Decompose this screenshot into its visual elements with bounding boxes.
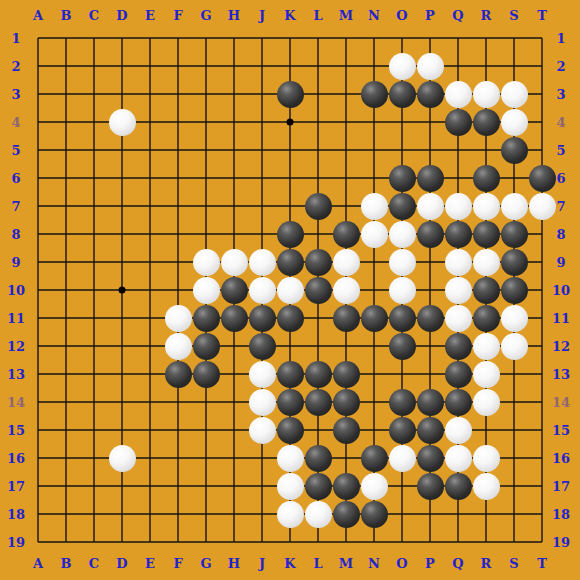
stone-Q4-black[interactable] — [445, 109, 472, 136]
col-label-top-O: O — [396, 9, 407, 22]
row-label-left-14: 14 — [7, 396, 25, 409]
stone-N3-black[interactable] — [361, 81, 388, 108]
row-label-right-5: 5 — [556, 144, 565, 157]
col-label-bottom-S: S — [509, 557, 518, 570]
col-label-top-S: S — [509, 9, 518, 22]
stone-O15-black[interactable] — [389, 417, 416, 444]
col-label-top-E: E — [145, 9, 155, 22]
stone-J11-black[interactable] — [249, 305, 276, 332]
col-label-bottom-T: T — [537, 557, 547, 570]
col-label-top-M: M — [339, 9, 353, 22]
row-label-left-11: 11 — [7, 312, 25, 325]
stone-J9-white[interactable] — [249, 249, 276, 276]
col-label-bottom-K: K — [284, 557, 295, 570]
stone-P11-black[interactable] — [417, 305, 444, 332]
stone-S3-white[interactable] — [501, 81, 528, 108]
row-label-right-10: 10 — [552, 284, 570, 297]
row-label-left-9: 9 — [11, 256, 20, 269]
row-label-right-2: 2 — [556, 60, 565, 73]
stone-N18-black[interactable] — [361, 501, 388, 528]
stone-L18-white[interactable] — [305, 501, 332, 528]
stone-Q17-black[interactable] — [445, 473, 472, 500]
col-label-top-D: D — [116, 9, 127, 22]
col-label-top-Q: Q — [452, 9, 463, 22]
stone-S11-white[interactable] — [501, 305, 528, 332]
col-label-top-C: C — [89, 9, 99, 22]
stone-M18-black[interactable] — [333, 501, 360, 528]
row-label-left-10: 10 — [7, 284, 25, 297]
stone-S12-white[interactable] — [501, 333, 528, 360]
stone-O14-black[interactable] — [389, 389, 416, 416]
stone-G9-white[interactable] — [193, 249, 220, 276]
row-label-right-11: 11 — [552, 312, 570, 325]
stone-D4-white[interactable] — [109, 109, 136, 136]
stone-R13-white[interactable] — [473, 361, 500, 388]
stone-O12-black[interactable] — [389, 333, 416, 360]
stone-G10-white[interactable] — [193, 277, 220, 304]
stone-O16-white[interactable] — [389, 445, 416, 472]
col-label-bottom-H: H — [228, 557, 240, 570]
row-label-right-13: 13 — [552, 368, 570, 381]
row-label-right-14: 14 — [552, 396, 570, 409]
stone-K3-black[interactable] — [277, 81, 304, 108]
stone-Q8-black[interactable] — [445, 221, 472, 248]
row-label-left-3: 3 — [11, 88, 20, 101]
col-label-bottom-A: A — [33, 557, 43, 570]
stone-S9-black[interactable] — [501, 249, 528, 276]
stone-R11-black[interactable] — [473, 305, 500, 332]
col-label-top-H: H — [228, 9, 240, 22]
stone-M10-white[interactable] — [333, 277, 360, 304]
col-label-top-K: K — [284, 9, 295, 22]
stone-O11-black[interactable] — [389, 305, 416, 332]
row-label-left-2: 2 — [11, 60, 20, 73]
row-label-left-15: 15 — [7, 424, 25, 437]
stone-G12-black[interactable] — [193, 333, 220, 360]
row-label-right-8: 8 — [556, 228, 565, 241]
stone-K8-black[interactable] — [277, 221, 304, 248]
star-point-K4 — [287, 119, 294, 126]
stone-R7-white[interactable] — [473, 193, 500, 220]
row-label-left-16: 16 — [7, 452, 25, 465]
stone-O8-white[interactable] — [389, 221, 416, 248]
row-label-left-13: 13 — [7, 368, 25, 381]
row-label-right-9: 9 — [556, 256, 565, 269]
stone-P17-black[interactable] — [417, 473, 444, 500]
stone-N7-white[interactable] — [361, 193, 388, 220]
stone-O3-black[interactable] — [389, 81, 416, 108]
stone-L14-black[interactable] — [305, 389, 332, 416]
row-label-right-12: 12 — [552, 340, 570, 353]
col-label-bottom-G: G — [200, 557, 211, 570]
col-label-bottom-C: C — [89, 557, 99, 570]
stone-S10-black[interactable] — [501, 277, 528, 304]
stone-Q10-white[interactable] — [445, 277, 472, 304]
col-label-bottom-L: L — [313, 557, 322, 570]
stone-P3-black[interactable] — [417, 81, 444, 108]
stone-Q15-white[interactable] — [445, 417, 472, 444]
row-label-left-1: 1 — [11, 32, 20, 45]
stone-Q3-white[interactable] — [445, 81, 472, 108]
col-label-top-F: F — [173, 9, 182, 22]
stone-P7-white[interactable] — [417, 193, 444, 220]
stone-M8-black[interactable] — [333, 221, 360, 248]
col-label-top-J: J — [259, 9, 265, 22]
stone-N16-black[interactable] — [361, 445, 388, 472]
row-label-right-19: 19 — [552, 536, 570, 549]
col-label-bottom-Q: Q — [452, 557, 463, 570]
stone-M11-black[interactable] — [333, 305, 360, 332]
stone-K10-white[interactable] — [277, 277, 304, 304]
stone-J14-white[interactable] — [249, 389, 276, 416]
stone-P2-white[interactable] — [417, 53, 444, 80]
row-label-left-8: 8 — [11, 228, 20, 241]
stone-O2-white[interactable] — [389, 53, 416, 80]
row-label-right-16: 16 — [552, 452, 570, 465]
stone-L9-black[interactable] — [305, 249, 332, 276]
stone-L7-black[interactable] — [305, 193, 332, 220]
stone-J10-white[interactable] — [249, 277, 276, 304]
col-label-top-B: B — [61, 9, 72, 22]
stone-H10-black[interactable] — [221, 277, 248, 304]
stone-R8-black[interactable] — [473, 221, 500, 248]
row-label-left-12: 12 — [7, 340, 25, 353]
stone-K11-black[interactable] — [277, 305, 304, 332]
col-label-bottom-F: F — [173, 557, 182, 570]
row-label-right-7: 7 — [556, 200, 565, 213]
stone-M15-black[interactable] — [333, 417, 360, 444]
stone-M13-black[interactable] — [333, 361, 360, 388]
stone-Q11-white[interactable] — [445, 305, 472, 332]
row-label-left-18: 18 — [7, 508, 25, 521]
stone-N11-black[interactable] — [361, 305, 388, 332]
stone-D16-white[interactable] — [109, 445, 136, 472]
stone-H9-white[interactable] — [221, 249, 248, 276]
star-point-D10 — [119, 287, 126, 294]
stone-F13-black[interactable] — [165, 361, 192, 388]
col-label-top-P: P — [425, 9, 435, 22]
stone-T7-white[interactable] — [529, 193, 556, 220]
stone-K13-black[interactable] — [277, 361, 304, 388]
stone-K18-white[interactable] — [277, 501, 304, 528]
row-label-right-1: 1 — [556, 32, 565, 45]
stone-Q7-white[interactable] — [445, 193, 472, 220]
go-board[interactable]: AABBCCDDEEFFGGHHJJKKLLMMNNOOPPQQRRSSTT11… — [0, 0, 580, 580]
col-label-bottom-N: N — [368, 557, 380, 570]
col-label-bottom-P: P — [425, 557, 435, 570]
col-label-bottom-O: O — [396, 557, 407, 570]
row-label-right-18: 18 — [552, 508, 570, 521]
row-label-right-4: 4 — [556, 116, 565, 129]
col-label-top-N: N — [368, 9, 380, 22]
stone-K16-white[interactable] — [277, 445, 304, 472]
stone-T6-black[interactable] — [529, 165, 556, 192]
stone-S4-white[interactable] — [501, 109, 528, 136]
stone-L16-black[interactable] — [305, 445, 332, 472]
stone-R9-white[interactable] — [473, 249, 500, 276]
stone-H11-black[interactable] — [221, 305, 248, 332]
stone-P14-black[interactable] — [417, 389, 444, 416]
stone-S7-white[interactable] — [501, 193, 528, 220]
stone-P15-black[interactable] — [417, 417, 444, 444]
stone-N17-white[interactable] — [361, 473, 388, 500]
stone-M14-black[interactable] — [333, 389, 360, 416]
stone-Q9-white[interactable] — [445, 249, 472, 276]
stone-O6-black[interactable] — [389, 165, 416, 192]
stone-P8-black[interactable] — [417, 221, 444, 248]
row-label-left-4: 4 — [11, 116, 20, 129]
col-label-bottom-R: R — [481, 557, 492, 570]
row-label-left-7: 7 — [11, 200, 20, 213]
stone-S5-black[interactable] — [501, 137, 528, 164]
col-label-top-A: A — [33, 9, 43, 22]
col-label-top-L: L — [313, 9, 322, 22]
stone-K17-white[interactable] — [277, 473, 304, 500]
col-label-bottom-J: J — [259, 557, 265, 570]
stone-J15-white[interactable] — [249, 417, 276, 444]
col-label-top-R: R — [481, 9, 492, 22]
stone-J12-black[interactable] — [249, 333, 276, 360]
stone-R17-white[interactable] — [473, 473, 500, 500]
row-label-left-17: 17 — [7, 480, 25, 493]
stone-R12-white[interactable] — [473, 333, 500, 360]
stone-R4-black[interactable] — [473, 109, 500, 136]
stone-L13-black[interactable] — [305, 361, 332, 388]
stone-Q12-black[interactable] — [445, 333, 472, 360]
stone-O9-white[interactable] — [389, 249, 416, 276]
row-label-right-6: 6 — [556, 172, 565, 185]
stone-M17-black[interactable] — [333, 473, 360, 500]
col-label-bottom-E: E — [145, 557, 155, 570]
stone-K9-black[interactable] — [277, 249, 304, 276]
row-label-left-6: 6 — [11, 172, 20, 185]
stone-K14-black[interactable] — [277, 389, 304, 416]
col-label-bottom-B: B — [61, 557, 72, 570]
stone-R14-white[interactable] — [473, 389, 500, 416]
col-label-bottom-D: D — [116, 557, 127, 570]
stone-O10-white[interactable] — [389, 277, 416, 304]
stone-G11-black[interactable] — [193, 305, 220, 332]
stone-Q14-black[interactable] — [445, 389, 472, 416]
col-label-bottom-M: M — [339, 557, 353, 570]
stone-J13-white[interactable] — [249, 361, 276, 388]
stone-S8-black[interactable] — [501, 221, 528, 248]
stone-F11-white[interactable] — [165, 305, 192, 332]
col-label-top-T: T — [537, 9, 547, 22]
stone-Q13-black[interactable] — [445, 361, 472, 388]
stone-P6-black[interactable] — [417, 165, 444, 192]
stone-O7-black[interactable] — [389, 193, 416, 220]
row-label-right-15: 15 — [552, 424, 570, 437]
stone-F12-white[interactable] — [165, 333, 192, 360]
stone-R16-white[interactable] — [473, 445, 500, 472]
stone-N8-white[interactable] — [361, 221, 388, 248]
stone-P16-black[interactable] — [417, 445, 444, 472]
row-label-left-19: 19 — [7, 536, 25, 549]
row-label-right-3: 3 — [556, 88, 565, 101]
row-label-left-5: 5 — [11, 144, 20, 157]
stone-L17-black[interactable] — [305, 473, 332, 500]
stone-L10-black[interactable] — [305, 277, 332, 304]
stone-M9-white[interactable] — [333, 249, 360, 276]
stone-R10-black[interactable] — [473, 277, 500, 304]
row-label-right-17: 17 — [552, 480, 570, 493]
stone-G13-black[interactable] — [193, 361, 220, 388]
col-label-top-G: G — [200, 9, 211, 22]
stone-R3-white[interactable] — [473, 81, 500, 108]
stone-R6-black[interactable] — [473, 165, 500, 192]
stone-Q16-white[interactable] — [445, 445, 472, 472]
stone-K15-black[interactable] — [277, 417, 304, 444]
